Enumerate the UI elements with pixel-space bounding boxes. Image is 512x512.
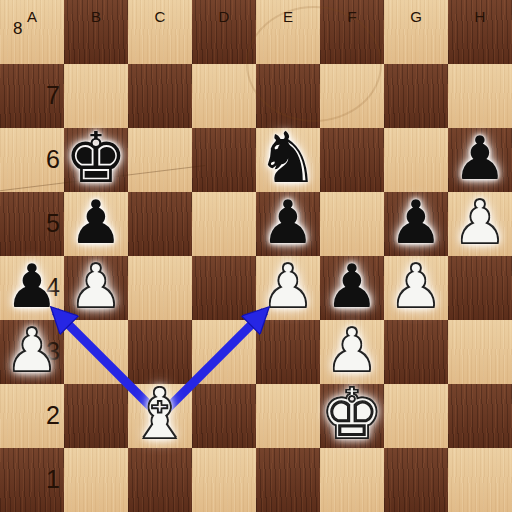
square-d7[interactable] <box>192 64 256 128</box>
piece-black-pawn-g5[interactable]: ♟ <box>389 192 443 252</box>
piece-black-knight-e6[interactable]: ♞ <box>257 123 320 193</box>
piece-white-pawn-b4[interactable]: ♟ <box>69 256 123 316</box>
square-g7[interactable] <box>384 64 448 128</box>
piece-black-pawn-a4[interactable]: ♟ <box>5 256 59 316</box>
square-e8[interactable]: E <box>256 0 320 64</box>
chess-board: A8BCDEFGH76♚♞♟5♟♟♟♟4♟♟♟♟♟3♟♟2♝♚1 <box>0 0 512 512</box>
square-f6[interactable] <box>320 128 384 192</box>
square-e4[interactable]: ♟ <box>256 256 320 320</box>
square-a1[interactable]: 1 <box>0 448 64 512</box>
square-e1[interactable] <box>256 448 320 512</box>
square-h3[interactable] <box>448 320 512 384</box>
square-a7[interactable]: 7 <box>0 64 64 128</box>
file-label-d: D <box>192 9 256 24</box>
piece-black-king-b6[interactable]: ♚ <box>65 123 128 193</box>
piece-black-pawn-b5[interactable]: ♟ <box>69 192 123 252</box>
square-c6[interactable] <box>128 128 192 192</box>
file-label-e: E <box>256 9 320 24</box>
square-f1[interactable] <box>320 448 384 512</box>
square-h6[interactable]: ♟ <box>448 128 512 192</box>
piece-white-pawn-f3[interactable]: ♟ <box>325 320 379 380</box>
square-d4[interactable] <box>192 256 256 320</box>
file-label-h: H <box>448 9 512 24</box>
square-c1[interactable] <box>128 448 192 512</box>
square-b5[interactable]: ♟ <box>64 192 128 256</box>
square-h2[interactable] <box>448 384 512 448</box>
piece-white-pawn-h5[interactable]: ♟ <box>453 192 507 252</box>
square-a4[interactable]: 4♟ <box>0 256 64 320</box>
file-label-a: A <box>0 9 64 24</box>
square-g5[interactable]: ♟ <box>384 192 448 256</box>
rank-label-8: 8 <box>13 20 22 37</box>
square-h1[interactable] <box>448 448 512 512</box>
square-e6[interactable]: ♞ <box>256 128 320 192</box>
square-g6[interactable] <box>384 128 448 192</box>
square-d8[interactable]: D <box>192 0 256 64</box>
square-b8[interactable]: B <box>64 0 128 64</box>
piece-white-pawn-g4[interactable]: ♟ <box>389 256 443 316</box>
square-b4[interactable]: ♟ <box>64 256 128 320</box>
square-e2[interactable] <box>256 384 320 448</box>
square-a3[interactable]: 3♟ <box>0 320 64 384</box>
square-d3[interactable] <box>192 320 256 384</box>
rank-label-5: 5 <box>46 211 60 236</box>
square-h8[interactable]: H <box>448 0 512 64</box>
square-c7[interactable] <box>128 64 192 128</box>
file-label-f: F <box>320 9 384 24</box>
square-g1[interactable] <box>384 448 448 512</box>
square-f7[interactable] <box>320 64 384 128</box>
piece-black-pawn-f4[interactable]: ♟ <box>325 256 379 316</box>
square-c5[interactable] <box>128 192 192 256</box>
square-a8[interactable]: A8 <box>0 0 64 64</box>
square-f8[interactable]: F <box>320 0 384 64</box>
square-h7[interactable] <box>448 64 512 128</box>
square-f4[interactable]: ♟ <box>320 256 384 320</box>
piece-black-pawn-h6[interactable]: ♟ <box>453 128 507 188</box>
square-g3[interactable] <box>384 320 448 384</box>
square-f5[interactable] <box>320 192 384 256</box>
square-c2[interactable]: ♝ <box>128 384 192 448</box>
square-g8[interactable]: G <box>384 0 448 64</box>
square-d6[interactable] <box>192 128 256 192</box>
square-e5[interactable]: ♟ <box>256 192 320 256</box>
square-e3[interactable] <box>256 320 320 384</box>
square-b2[interactable] <box>64 384 128 448</box>
square-b6[interactable]: ♚ <box>64 128 128 192</box>
piece-white-pawn-a3[interactable]: ♟ <box>5 320 59 380</box>
square-a6[interactable]: 6 <box>0 128 64 192</box>
square-d5[interactable] <box>192 192 256 256</box>
rank-label-7: 7 <box>46 83 60 108</box>
square-f2[interactable]: ♚ <box>320 384 384 448</box>
square-c4[interactable] <box>128 256 192 320</box>
square-g4[interactable]: ♟ <box>384 256 448 320</box>
square-h5[interactable]: ♟ <box>448 192 512 256</box>
square-d2[interactable] <box>192 384 256 448</box>
rank-label-1: 1 <box>46 467 60 492</box>
piece-white-bishop-c2[interactable]: ♝ <box>129 379 192 449</box>
square-h4[interactable] <box>448 256 512 320</box>
square-g2[interactable] <box>384 384 448 448</box>
piece-black-pawn-e5[interactable]: ♟ <box>261 192 315 252</box>
square-a2[interactable]: 2 <box>0 384 64 448</box>
rank-label-2: 2 <box>46 403 60 428</box>
square-a5[interactable]: 5 <box>0 192 64 256</box>
piece-white-king-f2[interactable]: ♚ <box>321 379 384 449</box>
piece-white-pawn-e4[interactable]: ♟ <box>261 256 315 316</box>
file-label-c: C <box>128 9 192 24</box>
file-label-g: G <box>384 9 448 24</box>
file-label-b: B <box>64 9 128 24</box>
square-b1[interactable] <box>64 448 128 512</box>
rank-label-6: 6 <box>46 147 60 172</box>
square-d1[interactable] <box>192 448 256 512</box>
square-c8[interactable]: C <box>128 0 192 64</box>
square-b3[interactable] <box>64 320 128 384</box>
